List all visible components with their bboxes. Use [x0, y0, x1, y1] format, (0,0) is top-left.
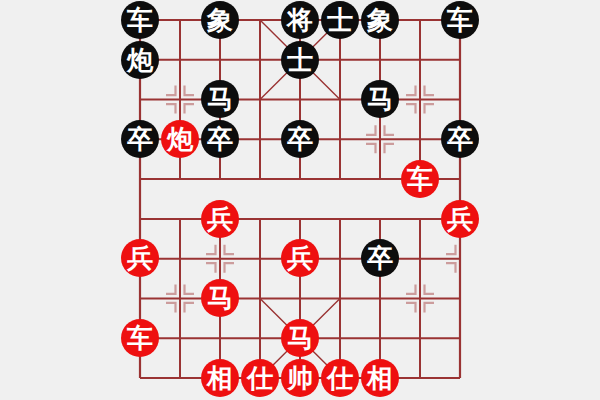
intersection-f0[interactable]: 士 — [320, 0, 360, 40]
intersection-f3[interactable] — [320, 119, 360, 159]
piece-glyph: 帅 — [287, 365, 313, 391]
intersection-e6[interactable]: 兵 — [280, 239, 320, 279]
piece-glyph: 车 — [127, 325, 153, 351]
piece-glyph: 马 — [207, 86, 233, 112]
xiangqi-app: 车象将士象车炮士马马卒炮卒卒卒车兵兵兵兵卒马车马相仕帅仕相 — [0, 0, 600, 400]
intersection-b8[interactable] — [160, 318, 200, 358]
piece-glyph: 相 — [367, 365, 393, 391]
intersection-a9[interactable] — [120, 358, 160, 398]
intersection-i0[interactable]: 车 — [440, 0, 480, 40]
intersection-d0[interactable] — [240, 0, 280, 40]
piece-black-chariot[interactable]: 车 — [121, 1, 159, 39]
intersection-f1[interactable] — [320, 40, 360, 80]
piece-glyph: 卒 — [127, 126, 153, 152]
intersection-h5[interactable] — [400, 199, 440, 239]
piece-red-chariot[interactable]: 车 — [121, 319, 159, 357]
intersection-c8[interactable] — [200, 318, 240, 358]
intersection-e0[interactable]: 将 — [280, 0, 320, 40]
piece-black-horse[interactable]: 马 — [361, 80, 399, 118]
intersection-h4[interactable]: 车 — [400, 159, 440, 199]
intersection-e3[interactable]: 卒 — [280, 119, 320, 159]
intersection-g6[interactable]: 卒 — [360, 239, 400, 279]
intersection-b7[interactable] — [160, 278, 200, 318]
intersection-i7[interactable] — [440, 278, 480, 318]
piece-black-horse[interactable]: 马 — [201, 80, 239, 118]
intersection-b2[interactable] — [160, 80, 200, 120]
piece-glyph: 炮 — [167, 126, 193, 152]
intersection-h8[interactable] — [400, 318, 440, 358]
intersection-d7[interactable] — [240, 278, 280, 318]
piece-glyph: 兵 — [127, 245, 153, 271]
intersection-c7[interactable]: 马 — [200, 278, 240, 318]
piece-glyph: 车 — [407, 166, 433, 192]
piece-red-elephant[interactable]: 相 — [361, 359, 399, 397]
piece-red-soldier[interactable]: 兵 — [281, 239, 319, 277]
piece-glyph: 仕 — [247, 365, 273, 391]
piece-glyph: 士 — [287, 47, 313, 73]
intersection-c1[interactable] — [200, 40, 240, 80]
intersection-b0[interactable] — [160, 0, 200, 40]
piece-black-general[interactable]: 将 — [281, 1, 319, 39]
intersection-i4[interactable] — [440, 159, 480, 199]
piece-glyph: 将 — [287, 7, 313, 33]
intersection-h2[interactable] — [400, 80, 440, 120]
piece-black-cannon[interactable]: 炮 — [121, 41, 159, 79]
piece-red-elephant[interactable]: 相 — [201, 359, 239, 397]
intersection-i6[interactable] — [440, 239, 480, 279]
intersection-h0[interactable] — [400, 0, 440, 40]
intersection-i1[interactable] — [440, 40, 480, 80]
piece-glyph: 马 — [287, 325, 313, 351]
intersection-g4[interactable] — [360, 159, 400, 199]
intersection-d3[interactable] — [240, 119, 280, 159]
intersection-f7[interactable] — [320, 278, 360, 318]
piece-glyph: 车 — [127, 7, 153, 33]
intersection-e9[interactable]: 帅 — [280, 358, 320, 398]
piece-glyph: 士 — [327, 7, 353, 33]
intersection-d8[interactable] — [240, 318, 280, 358]
intersection-c0[interactable]: 象 — [200, 0, 240, 40]
piece-glyph: 相 — [207, 365, 233, 391]
intersection-f5[interactable] — [320, 199, 360, 239]
piece-black-elephant[interactable]: 象 — [201, 1, 239, 39]
intersection-g9[interactable]: 相 — [360, 358, 400, 398]
piece-red-general[interactable]: 帅 — [281, 359, 319, 397]
piece-red-cannon[interactable]: 炮 — [161, 120, 199, 158]
intersection-a4[interactable] — [120, 159, 160, 199]
intersection-g5[interactable] — [360, 199, 400, 239]
piece-glyph: 车 — [447, 7, 473, 33]
intersection-g0[interactable]: 象 — [360, 0, 400, 40]
intersection-a1[interactable]: 炮 — [120, 40, 160, 80]
piece-black-advisor[interactable]: 士 — [321, 1, 359, 39]
piece-glyph: 兵 — [447, 206, 473, 232]
intersection-d6[interactable] — [240, 239, 280, 279]
intersection-h1[interactable] — [400, 40, 440, 80]
piece-glyph: 卒 — [207, 126, 233, 152]
piece-glyph: 仕 — [327, 365, 353, 391]
intersection-i8[interactable] — [440, 318, 480, 358]
intersection-h7[interactable] — [400, 278, 440, 318]
piece-glyph: 马 — [367, 86, 393, 112]
piece-glyph: 象 — [367, 7, 393, 33]
intersection-e2[interactable] — [280, 80, 320, 120]
intersection-c4[interactable] — [200, 159, 240, 199]
intersection-g3[interactable] — [360, 119, 400, 159]
intersection-i5[interactable]: 兵 — [440, 199, 480, 239]
piece-black-soldier[interactable]: 卒 — [281, 120, 319, 158]
intersection-e4[interactable] — [280, 159, 320, 199]
intersection-g8[interactable] — [360, 318, 400, 358]
intersection-h9[interactable] — [400, 358, 440, 398]
piece-red-soldier[interactable]: 兵 — [121, 239, 159, 277]
intersection-a2[interactable] — [120, 80, 160, 120]
intersection-g1[interactable] — [360, 40, 400, 80]
intersection-e7[interactable] — [280, 278, 320, 318]
intersection-d5[interactable] — [240, 199, 280, 239]
intersection-c9[interactable]: 相 — [200, 358, 240, 398]
intersection-f6[interactable] — [320, 239, 360, 279]
intersection-e8[interactable]: 马 — [280, 318, 320, 358]
intersection-a5[interactable] — [120, 199, 160, 239]
intersection-f4[interactable] — [320, 159, 360, 199]
intersection-b3[interactable]: 炮 — [160, 119, 200, 159]
intersection-b5[interactable] — [160, 199, 200, 239]
intersection-e5[interactable] — [280, 199, 320, 239]
intersection-h3[interactable] — [400, 119, 440, 159]
piece-red-horse[interactable]: 马 — [281, 319, 319, 357]
piece-glyph: 卒 — [367, 245, 393, 271]
piece-black-elephant[interactable]: 象 — [361, 1, 399, 39]
intersection-d4[interactable] — [240, 159, 280, 199]
piece-black-soldier[interactable]: 卒 — [441, 120, 479, 158]
piece-red-advisor[interactable]: 仕 — [241, 359, 279, 397]
intersection-c2[interactable]: 马 — [200, 80, 240, 120]
piece-black-soldier[interactable]: 卒 — [121, 120, 159, 158]
piece-glyph: 卒 — [287, 126, 313, 152]
intersection-d9[interactable]: 仕 — [240, 358, 280, 398]
intersection-b4[interactable] — [160, 159, 200, 199]
intersection-c5[interactable]: 兵 — [200, 199, 240, 239]
intersection-a6[interactable]: 兵 — [120, 239, 160, 279]
intersection-h6[interactable] — [400, 239, 440, 279]
intersection-g7[interactable] — [360, 278, 400, 318]
piece-glyph: 兵 — [207, 206, 233, 232]
intersection-i3[interactable]: 卒 — [440, 119, 480, 159]
piece-glyph: 炮 — [127, 47, 153, 73]
intersection-d2[interactable] — [240, 80, 280, 120]
intersection-d1[interactable] — [240, 40, 280, 80]
intersection-b9[interactable] — [160, 358, 200, 398]
piece-black-advisor[interactable]: 士 — [281, 41, 319, 79]
piece-glyph: 卒 — [447, 126, 473, 152]
piece-glyph: 象 — [207, 7, 233, 33]
board-intersections: 车象将士象车炮士马马卒炮卒卒卒车兵兵兵兵卒马车马相仕帅仕相 — [120, 0, 480, 398]
piece-red-advisor[interactable]: 仕 — [321, 359, 359, 397]
piece-black-chariot[interactable]: 车 — [441, 1, 479, 39]
intersection-i2[interactable] — [440, 80, 480, 120]
intersection-a0[interactable]: 车 — [120, 0, 160, 40]
intersection-i9[interactable] — [440, 358, 480, 398]
intersection-a3[interactable]: 卒 — [120, 119, 160, 159]
intersection-c3[interactable]: 卒 — [200, 119, 240, 159]
intersection-b1[interactable] — [160, 40, 200, 80]
intersection-g2[interactable]: 马 — [360, 80, 400, 120]
intersection-f2[interactable] — [320, 80, 360, 120]
intersection-f9[interactable]: 仕 — [320, 358, 360, 398]
piece-red-chariot[interactable]: 车 — [401, 160, 439, 198]
intersection-f8[interactable] — [320, 318, 360, 358]
intersection-e1[interactable]: 士 — [280, 40, 320, 80]
intersection-c6[interactable] — [200, 239, 240, 279]
piece-black-soldier[interactable]: 卒 — [201, 120, 239, 158]
piece-red-horse[interactable]: 马 — [201, 279, 239, 317]
intersection-a8[interactable]: 车 — [120, 318, 160, 358]
intersection-a7[interactable] — [120, 278, 160, 318]
piece-glyph: 兵 — [287, 245, 313, 271]
piece-red-soldier[interactable]: 兵 — [201, 200, 239, 238]
intersection-b6[interactable] — [160, 239, 200, 279]
piece-black-soldier[interactable]: 卒 — [361, 239, 399, 277]
piece-red-soldier[interactable]: 兵 — [441, 200, 479, 238]
piece-glyph: 马 — [207, 285, 233, 311]
